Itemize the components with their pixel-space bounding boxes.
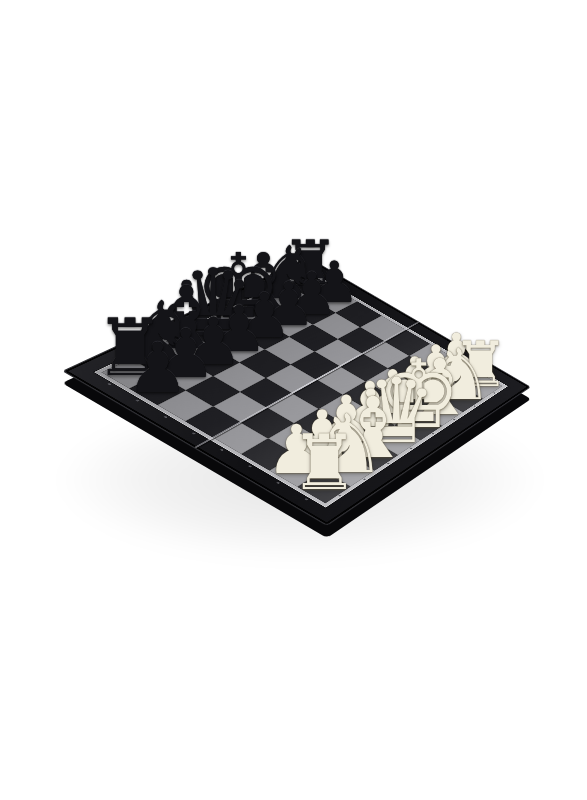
magnet-dot [248, 465, 251, 467]
magnet-dot [107, 383, 111, 385]
magnet-dot [163, 416, 167, 418]
magnet-dot [135, 399, 139, 401]
magnet-dot [304, 498, 307, 500]
product-photo-scene: ♜♞♝♛♚♝♞♜♟♟♟♟♟♟♟♟♟♟♟♟♟♟♟♟♜♞♝♛♚♝♞♜ [0, 0, 587, 800]
magnet-dot [219, 448, 223, 450]
magnet-dot [191, 432, 195, 434]
magnet-dot [276, 481, 279, 483]
